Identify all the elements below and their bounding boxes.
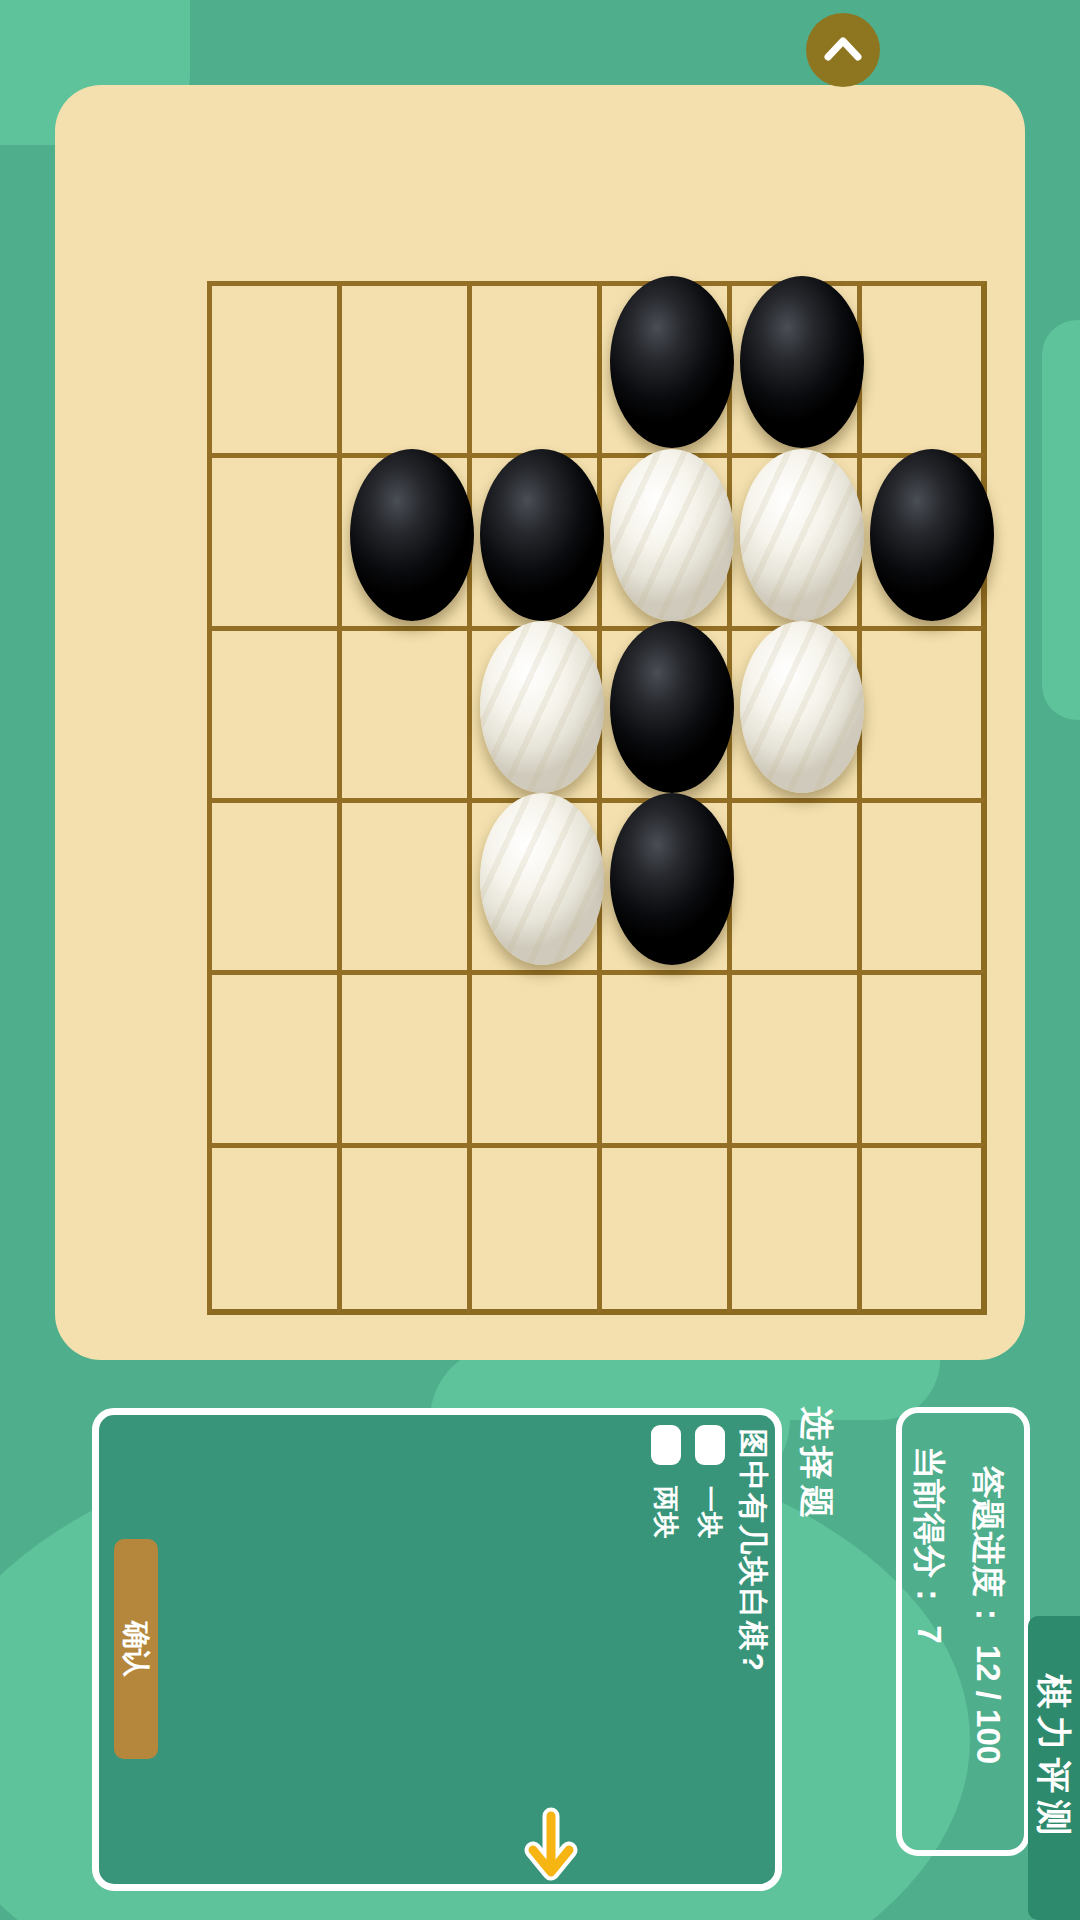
black-stone — [350, 449, 474, 621]
progress-value: 12 / 100 — [969, 1645, 1007, 1764]
board-cell — [337, 798, 467, 970]
screen: 选择题 图中有几块白棋? 一块 两块 确认 答题进度： 12 / 100 当前得… — [0, 0, 1080, 1920]
option-1-label[interactable]: 一块 — [693, 1480, 727, 1544]
progress-line: 答题进度： 12 / 100 — [968, 1425, 1008, 1805]
collapse-board-button[interactable] — [806, 13, 880, 87]
board-cell — [207, 798, 337, 970]
black-stone — [610, 793, 734, 965]
black-stone — [740, 276, 864, 448]
board-cell — [207, 453, 337, 625]
white-stone — [610, 449, 734, 621]
black-stone — [610, 276, 734, 448]
board-cell — [727, 798, 857, 970]
board-cell — [337, 626, 467, 798]
down-arrow-icon — [523, 1806, 579, 1892]
board-cell — [727, 1143, 857, 1315]
question-text: 图中有几块白棋? — [733, 1421, 773, 1681]
go-board — [207, 281, 987, 1315]
tab-strength-assessment-label[interactable]: 棋力评测 — [1034, 1663, 1074, 1853]
board-cell — [857, 798, 987, 970]
board-cell — [207, 1143, 337, 1315]
score-label: 当前得分： — [907, 1446, 952, 1611]
option-2-label[interactable]: 两块 — [649, 1480, 683, 1544]
black-stone — [610, 621, 734, 793]
white-stone — [480, 621, 604, 793]
white-stone — [480, 793, 604, 965]
white-stone — [740, 621, 864, 793]
board-cell — [597, 970, 727, 1142]
board-cell — [207, 626, 337, 798]
board-cell — [857, 281, 987, 453]
board-cell — [337, 1143, 467, 1315]
board-cell — [337, 281, 467, 453]
board-cell — [467, 970, 597, 1142]
section-heading: 选择题 — [796, 1400, 836, 1530]
score-value: 7 — [910, 1625, 948, 1643]
board-cell — [597, 1143, 727, 1315]
board-cell — [337, 970, 467, 1142]
decor-blob-right-edge — [1042, 320, 1080, 720]
board-cell — [207, 970, 337, 1142]
board-cell — [857, 626, 987, 798]
score-line: 当前得分： 7 — [909, 1425, 949, 1665]
board-cell — [467, 281, 597, 453]
board-cell — [727, 970, 857, 1142]
black-stone — [870, 449, 994, 621]
option-1-checkbox[interactable] — [695, 1425, 725, 1465]
board-cell — [857, 970, 987, 1142]
option-2-checkbox[interactable] — [651, 1425, 681, 1465]
board-cell — [207, 281, 337, 453]
black-stone — [480, 449, 604, 621]
white-stone — [740, 449, 864, 621]
confirm-button-label[interactable]: 确认 — [116, 1613, 156, 1685]
go-board-card — [55, 85, 1025, 1360]
progress-label: 答题进度： — [966, 1466, 1011, 1631]
board-cell — [857, 1143, 987, 1315]
board-cell — [467, 1143, 597, 1315]
